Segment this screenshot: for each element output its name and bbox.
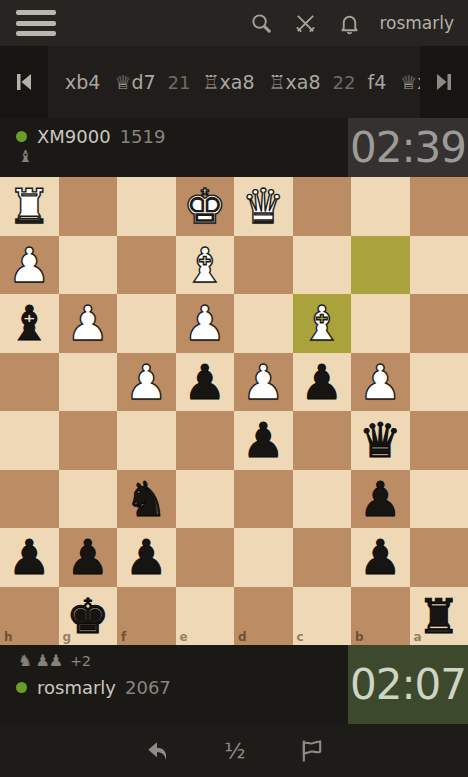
bell-icon[interactable] [337,11,361,35]
online-dot [16,682,27,693]
square-a4[interactable] [410,353,468,412]
piece-white-pawn[interactable]: ♟ [8,241,51,289]
square-f8[interactable]: f [117,587,176,646]
move-item[interactable]: ♕d7 [107,59,162,105]
opponent-info-row: XM9000 1519 ♝ 02:39 [0,118,468,177]
offer-draw-button[interactable]: ½ [224,738,245,763]
takeback-icon[interactable] [142,736,172,766]
piece-black-knight[interactable]: ♞ [125,475,168,523]
square-g1[interactable] [59,177,118,236]
move-item[interactable]: xb4 [58,59,107,105]
chess-app: rosmarly xb4♕d721♖xa8♖xa822f4♕xb523♗c3 X… [0,0,468,777]
piece-black-queen[interactable]: ♛ [359,416,402,464]
file-label-f: f [121,630,126,644]
square-b2[interactable] [351,236,410,295]
piece-white-pawn[interactable]: ♟ [242,358,285,406]
opponent-rating: 1519 [120,126,166,147]
square-e1[interactable]: ♚ [176,177,235,236]
piece-black-pawn[interactable]: ♟ [359,533,402,581]
player-name-line[interactable]: rosmarly 2067 [16,677,348,698]
player-rating: 2067 [125,677,171,698]
square-d8[interactable]: d [234,587,293,646]
piece-black-pawn[interactable]: ♟ [8,533,51,581]
search-icon[interactable] [249,11,273,35]
square-a2[interactable] [410,236,468,295]
square-a1[interactable] [410,177,468,236]
square-f5[interactable] [117,411,176,470]
skip-to-start-icon[interactable] [0,46,48,118]
file-label-g: g [63,630,72,644]
square-c3[interactable]: ♝ [293,294,352,353]
square-h5[interactable] [0,411,59,470]
move-item[interactable]: ♖xa8 [196,59,262,105]
piece-black-pawn[interactable]: ♟ [300,358,343,406]
logged-in-username[interactable]: rosmarly [379,13,454,33]
square-f7[interactable]: ♟ [117,528,176,587]
square-e4[interactable]: ♟ [176,353,235,412]
square-e7[interactable] [176,528,235,587]
opponent-clock: 02:39 [348,118,468,177]
piece-white-bishop[interactable]: ♝ [183,241,226,289]
square-g3[interactable]: ♟ [59,294,118,353]
square-e6[interactable] [176,470,235,529]
square-g7[interactable]: ♟ [59,528,118,587]
square-g8[interactable]: ♚g [59,587,118,646]
square-a6[interactable] [410,470,468,529]
square-c2[interactable] [293,236,352,295]
online-dot [16,131,27,142]
square-g2[interactable] [59,236,118,295]
square-h7[interactable]: ♟ [0,528,59,587]
square-h2[interactable]: ♟ [0,236,59,295]
piece-white-pawn[interactable]: ♟ [125,358,168,406]
piece-black-bishop[interactable]: ♝ [8,299,51,347]
square-f1[interactable] [117,177,176,236]
square-g6[interactable] [59,470,118,529]
move-number: 21 [163,60,196,105]
material-advantage: +2 [70,653,91,669]
piece-black-pawn[interactable]: ♟ [359,475,402,523]
move-item[interactable]: f4 [360,59,393,105]
file-label-b: b [355,630,364,644]
piece-white-rook[interactable]: ♜ [8,182,51,230]
square-c4[interactable]: ♟ [293,353,352,412]
square-f4[interactable]: ♟ [117,353,176,412]
square-c1[interactable] [293,177,352,236]
piece-white-pawn[interactable]: ♟ [66,299,109,347]
piece-black-king[interactable]: ♚ [66,592,109,640]
resign-flag-icon[interactable] [298,737,326,765]
square-b1[interactable] [351,177,410,236]
square-d6[interactable] [234,470,293,529]
piece-white-king[interactable]: ♚ [183,182,226,230]
square-d7[interactable] [234,528,293,587]
square-h3[interactable]: ♝ [0,294,59,353]
square-a7[interactable] [410,528,468,587]
opponent-captured-tray: ♝ [16,147,348,167]
square-e5[interactable] [176,411,235,470]
square-d2[interactable] [234,236,293,295]
file-label-a: a [414,630,422,644]
square-h6[interactable] [0,470,59,529]
square-h1[interactable]: ♜ [0,177,59,236]
opponent-name-line[interactable]: XM9000 1519 [16,126,348,147]
top-nav-bar: rosmarly [0,0,468,46]
file-label-e: e [180,630,188,644]
square-a5[interactable] [410,411,468,470]
square-c8[interactable]: c [293,587,352,646]
piece-white-queen[interactable]: ♛ [242,182,285,230]
chess-board: ♜♚♛♟♝♝♟♟♝♟♟♟♟♟♟♛♞♟♟♟♟♟h♚gfedcb♜a [0,177,468,645]
player-name: rosmarly [37,677,116,698]
move-number: 22 [328,60,361,105]
piece-black-pawn[interactable]: ♟ [183,358,226,406]
square-g4[interactable] [59,353,118,412]
square-c7[interactable] [293,528,352,587]
game-actions-toolbar: ½ [0,724,468,777]
square-h4[interactable] [0,353,59,412]
piece-white-bishop[interactable]: ♝ [300,299,343,347]
piece-black-pawn[interactable]: ♟ [125,533,168,581]
square-b4[interactable]: ♟ [351,353,410,412]
square-f6[interactable]: ♞ [117,470,176,529]
move-list: xb4♕d721♖xa8♖xa822f4♕xb523♗c3 [48,46,420,118]
file-label-d: d [238,630,247,644]
square-a8[interactable]: ♜a [410,587,468,646]
opponent-name: XM9000 [37,126,111,147]
move-item[interactable]: ♖xa8 [262,59,328,105]
square-a3[interactable] [410,294,468,353]
square-b7[interactable]: ♟ [351,528,410,587]
square-b6[interactable]: ♟ [351,470,410,529]
move-list-bar: xb4♕d721♖xa8♖xa822f4♕xb523♗c3 [0,46,468,118]
square-b3[interactable] [351,294,410,353]
square-d4[interactable]: ♟ [234,353,293,412]
square-g5[interactable] [59,411,118,470]
piece-white-pawn[interactable]: ♟ [183,299,226,347]
square-e3[interactable]: ♟ [176,294,235,353]
player-info-row: ♞ ♟♟ +2 rosmarly 2067 02:07 [0,645,468,724]
square-e8[interactable]: e [176,587,235,646]
square-e2[interactable]: ♝ [176,236,235,295]
square-c6[interactable] [293,470,352,529]
crossed-swords-icon[interactable] [293,11,317,35]
skip-to-end-icon[interactable] [420,46,468,118]
move-item[interactable]: ♕xb5 [393,59,420,105]
piece-black-rook[interactable]: ♜ [417,592,460,640]
file-label-h: h [4,630,13,644]
square-d3[interactable] [234,294,293,353]
player-captured-tray: ♞ ♟♟ +2 [16,651,348,671]
square-f2[interactable] [117,236,176,295]
square-b8[interactable]: b [351,587,410,646]
piece-white-pawn[interactable]: ♟ [359,358,402,406]
square-d1[interactable]: ♛ [234,177,293,236]
piece-black-pawn[interactable]: ♟ [66,533,109,581]
square-d5[interactable]: ♟ [234,411,293,470]
square-f3[interactable] [117,294,176,353]
square-b5[interactable]: ♛ [351,411,410,470]
file-label-c: c [297,630,304,644]
square-h8[interactable]: h [0,587,59,646]
piece-black-pawn[interactable]: ♟ [242,416,285,464]
square-c5[interactable] [293,411,352,470]
player-clock: 02:07 [348,645,468,724]
menu-icon[interactable] [16,10,56,36]
